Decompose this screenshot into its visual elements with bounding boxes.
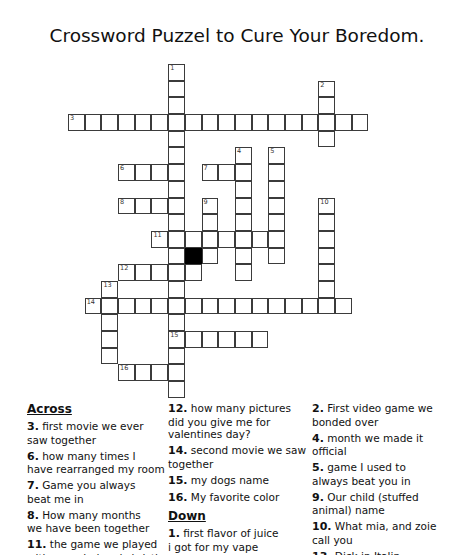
- clue-number: 2.: [312, 402, 324, 415]
- grid-cell[interactable]: 4: [235, 147, 252, 164]
- grid-cell[interactable]: [252, 331, 269, 348]
- grid-cell[interactable]: [168, 114, 185, 131]
- clue-text: how many times I have rearranged my room: [27, 450, 165, 476]
- clue-number: 10.: [312, 520, 332, 533]
- clue-down-4: 4. month we made it official: [312, 432, 472, 458]
- cell-number: 7: [204, 165, 208, 172]
- clue-column-middle: 12. how many pictures did you give me fo…: [168, 402, 317, 555]
- grid-cell[interactable]: [168, 364, 185, 381]
- grid-cell[interactable]: [318, 131, 335, 148]
- grid-cell[interactable]: [318, 97, 335, 114]
- clue-text: Our child (stuffed animal) name: [312, 491, 419, 517]
- grid-cell[interactable]: [151, 164, 168, 181]
- grid-cell[interactable]: [235, 114, 252, 131]
- grid-cell[interactable]: 16: [118, 364, 135, 381]
- clue-column-right: 2. First video game we bonded over4. mon…: [312, 402, 472, 555]
- clue-down-5: 5. game I used to always beat you in: [312, 461, 472, 487]
- grid-cell[interactable]: [168, 231, 185, 248]
- grid-cell[interactable]: [235, 214, 252, 231]
- grid-cell[interactable]: [135, 164, 152, 181]
- cell-number: 5: [270, 148, 274, 155]
- grid-cell[interactable]: [218, 164, 235, 181]
- clue-number: 16.: [168, 491, 188, 504]
- clue-text: the game we played with your dad and chr…: [27, 538, 164, 555]
- grid-cell[interactable]: 5: [268, 147, 285, 164]
- grid-cell[interactable]: [218, 298, 235, 315]
- clue-text: second movie we saw together: [168, 444, 306, 470]
- grid-cell[interactable]: [352, 114, 369, 131]
- grid-cell[interactable]: [151, 264, 168, 281]
- grid-cell[interactable]: [135, 264, 152, 281]
- clue-across-8: 8. How many months we have been together: [27, 509, 175, 535]
- grid-cell[interactable]: [135, 364, 152, 381]
- clue-across-15: 15. my dogs name: [168, 474, 317, 488]
- grid-cell[interactable]: [268, 114, 285, 131]
- clue-number: 1.: [168, 527, 180, 540]
- grid-cell[interactable]: [218, 114, 235, 131]
- grid-cell[interactable]: 1: [168, 64, 185, 81]
- grid-cell[interactable]: [185, 114, 202, 131]
- clue-down-1: 1. first flavor of juice i got for my va…: [168, 527, 317, 553]
- grid-cell[interactable]: [168, 348, 185, 365]
- grid-cell[interactable]: [318, 281, 335, 298]
- crossword-grid: 12345678910111213141516: [68, 64, 368, 398]
- cell-number: 10: [320, 199, 328, 206]
- grid-cell[interactable]: 10: [318, 198, 335, 215]
- grid-cell-black: [185, 248, 202, 265]
- clue-number: 7.: [27, 479, 39, 492]
- cell-number: 13: [103, 282, 111, 289]
- grid-cell[interactable]: [218, 231, 235, 248]
- clue-across-14: 14. second movie we saw together: [168, 444, 317, 470]
- grid-cell[interactable]: [101, 298, 118, 315]
- grid-cell[interactable]: [318, 298, 335, 315]
- grid-cell[interactable]: [235, 181, 252, 198]
- cell-number: 15: [170, 332, 178, 339]
- grid-cell[interactable]: 3: [68, 114, 85, 131]
- grid-cell[interactable]: [168, 264, 185, 281]
- grid-cell[interactable]: [168, 381, 185, 398]
- clue-down-10: 10. What mia, and zoie call you: [312, 520, 472, 546]
- grid-cell[interactable]: [135, 298, 152, 315]
- grid-cell[interactable]: 2: [318, 81, 335, 98]
- grid-cell[interactable]: [285, 298, 302, 315]
- grid-cell[interactable]: [302, 114, 319, 131]
- clue-number: 11.: [27, 538, 47, 551]
- clue-number: 4.: [312, 432, 324, 445]
- grid-cell[interactable]: [151, 298, 168, 315]
- grid-cell[interactable]: [235, 331, 252, 348]
- grid-cell[interactable]: 6: [118, 164, 135, 181]
- clue-number: 6.: [27, 450, 39, 463]
- cell-number: 6: [120, 165, 124, 172]
- grid-cell[interactable]: [318, 264, 335, 281]
- grid-cell[interactable]: [185, 231, 202, 248]
- grid-cell[interactable]: [85, 114, 102, 131]
- grid-cell[interactable]: 11: [151, 231, 168, 248]
- clue-text: My favorite color: [188, 491, 280, 503]
- grid-cell[interactable]: [268, 248, 285, 265]
- clue-across-16: 16. My favorite color: [168, 491, 317, 505]
- clue-across-11: 11. the game we played with your dad and…: [27, 538, 175, 555]
- grid-cell[interactable]: [101, 348, 118, 365]
- grid-cell[interactable]: 9: [202, 198, 219, 215]
- grid-cell[interactable]: [202, 248, 219, 265]
- grid-cell[interactable]: [168, 281, 185, 298]
- grid-cell[interactable]: [151, 364, 168, 381]
- grid-cell[interactable]: [101, 114, 118, 131]
- grid-cell[interactable]: 12: [118, 264, 135, 281]
- clue-down-2: 2. First video game we bonded over: [312, 402, 472, 428]
- grid-cell[interactable]: [185, 331, 202, 348]
- grid-cell[interactable]: [268, 198, 285, 215]
- grid-cell[interactable]: [318, 248, 335, 265]
- cell-number: 8: [120, 199, 124, 206]
- clue-number: 13.: [312, 550, 332, 555]
- cell-number: 14: [87, 299, 95, 306]
- grid-cell[interactable]: [252, 114, 269, 131]
- grid-cell[interactable]: [335, 298, 352, 315]
- grid-cell[interactable]: [268, 298, 285, 315]
- grid-cell[interactable]: [118, 298, 135, 315]
- grid-cell[interactable]: [235, 298, 252, 315]
- grid-cell[interactable]: [168, 164, 185, 181]
- puzzle-title: Crossword Puzzel to Cure Your Boredom.: [0, 25, 474, 46]
- grid-cell[interactable]: [202, 214, 219, 231]
- grid-cell[interactable]: [318, 214, 335, 231]
- grid-cell[interactable]: 8: [118, 198, 135, 215]
- grid-cell[interactable]: [268, 164, 285, 181]
- grid-cell[interactable]: [135, 198, 152, 215]
- grid-cell[interactable]: [168, 181, 185, 198]
- grid-cell[interactable]: [285, 114, 302, 131]
- clue-across-3: 3. first movie we ever saw together: [27, 420, 175, 446]
- grid-cell[interactable]: [252, 298, 269, 315]
- grid-cell[interactable]: [202, 298, 219, 315]
- clue-text: game I used to always beat you in: [312, 461, 411, 487]
- clue-text: First video game we bonded over: [312, 402, 433, 428]
- grid-cell[interactable]: [318, 114, 335, 131]
- grid-cell[interactable]: [202, 231, 219, 248]
- cell-number: 2: [320, 82, 324, 89]
- clue-column-left: Across 3. first movie we ever saw togeth…: [27, 402, 175, 555]
- clue-text: Dick in Italin: [332, 550, 401, 555]
- grid-cell[interactable]: [202, 331, 219, 348]
- clue-across-7: 7. Game you always beat me in: [27, 479, 175, 505]
- cell-number: 11: [153, 232, 161, 239]
- grid-cell[interactable]: 13: [101, 281, 118, 298]
- grid-cell[interactable]: [168, 147, 185, 164]
- clue-across-12: 12. how many pictures did you give me fo…: [168, 402, 317, 441]
- clue-text: Game you always beat me in: [27, 479, 135, 505]
- clue-down-9: 9. Our child (stuffed animal) name: [312, 491, 472, 517]
- grid-cell[interactable]: 15: [168, 331, 185, 348]
- clue-number: 12.: [168, 402, 188, 415]
- grid-cell[interactable]: [168, 298, 185, 315]
- grid-cell[interactable]: [101, 331, 118, 348]
- grid-cell[interactable]: 14: [85, 298, 102, 315]
- clue-text: my dogs name: [188, 474, 269, 486]
- grid-cell[interactable]: [185, 298, 202, 315]
- cell-number: 3: [70, 115, 74, 122]
- clue-text: What mia, and zoie call you: [312, 520, 436, 546]
- clue-number: 14.: [168, 444, 188, 457]
- grid-cell[interactable]: [235, 198, 252, 215]
- grid-cell[interactable]: [118, 114, 135, 131]
- cell-number: 12: [120, 265, 128, 272]
- grid-cell[interactable]: [202, 114, 219, 131]
- grid-cell[interactable]: [185, 264, 202, 281]
- grid-cell[interactable]: [218, 331, 235, 348]
- grid-cell[interactable]: [235, 264, 252, 281]
- grid-cell[interactable]: [151, 198, 168, 215]
- cell-number: 16: [120, 365, 128, 372]
- down-header: Down: [168, 509, 317, 523]
- grid-cell[interactable]: [168, 131, 185, 148]
- clue-number: 9.: [312, 491, 324, 504]
- grid-cell[interactable]: [235, 231, 252, 248]
- grid-cell[interactable]: [235, 164, 252, 181]
- clue-number: 3.: [27, 420, 39, 433]
- cell-number: 1: [170, 65, 174, 72]
- clue-down-13: 13. Dick in Italin: [312, 550, 472, 555]
- grid-cell[interactable]: [168, 198, 185, 215]
- grid-cell[interactable]: 7: [202, 164, 219, 181]
- grid-cell[interactable]: [318, 231, 335, 248]
- grid-cell[interactable]: [335, 114, 352, 131]
- grid-cell[interactable]: [268, 214, 285, 231]
- clue-number: 5.: [312, 461, 324, 474]
- clue-number: 8.: [27, 509, 39, 522]
- clue-text: first flavor of juice i got for my vape: [168, 527, 279, 553]
- grid-cell[interactable]: [235, 248, 252, 265]
- grid-cell[interactable]: [268, 181, 285, 198]
- clue-across-6: 6. how many times I have rearranged my r…: [27, 450, 175, 476]
- cell-number: 9: [204, 199, 208, 206]
- page: Crossword Puzzel to Cure Your Boredom. 1…: [0, 0, 474, 555]
- across-header: Across: [27, 402, 175, 416]
- clue-number: 15.: [168, 474, 188, 487]
- grid-cell[interactable]: [268, 231, 285, 248]
- grid-cell[interactable]: [168, 214, 185, 231]
- clue-text: first movie we ever saw together: [27, 420, 143, 446]
- grid-cell[interactable]: [151, 114, 168, 131]
- grid-cell[interactable]: [168, 248, 185, 265]
- clue-text: month we made it official: [312, 432, 423, 458]
- cell-number: 4: [237, 148, 241, 155]
- grid-cell[interactable]: [252, 231, 269, 248]
- clue-text: How many months we have been together: [27, 509, 149, 535]
- grid-cell[interactable]: [135, 114, 152, 131]
- grid-cell[interactable]: [168, 314, 185, 331]
- grid-cell[interactable]: [302, 298, 319, 315]
- grid-cell[interactable]: [168, 97, 185, 114]
- grid-cell[interactable]: [101, 314, 118, 331]
- grid-cell[interactable]: [168, 81, 185, 98]
